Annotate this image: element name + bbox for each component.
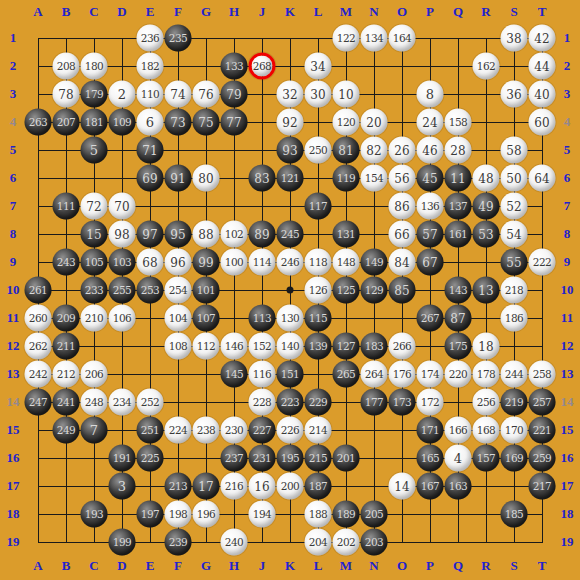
stone-S15[interactable]: 170	[501, 417, 528, 444]
stone-G18[interactable]: 196	[193, 501, 220, 528]
stone-D19[interactable]: 199	[109, 529, 136, 556]
stone-J14[interactable]: 228	[249, 389, 276, 416]
move-number: 214	[309, 425, 328, 436]
stone-L11[interactable]: 115	[305, 305, 332, 332]
col-label-top-T: T	[538, 4, 547, 20]
stone-R14[interactable]: 256	[473, 389, 500, 416]
stone-H8[interactable]: 102	[221, 221, 248, 248]
stone-T6[interactable]: 64	[529, 165, 556, 192]
stone-P13[interactable]: 174	[417, 361, 444, 388]
stone-O7[interactable]: 86	[389, 193, 416, 220]
stone-A13[interactable]: 242	[25, 361, 52, 388]
stone-G3[interactable]: 76	[193, 81, 220, 108]
stone-K5[interactable]: 93	[277, 137, 304, 164]
move-number: 73	[170, 116, 185, 128]
stone-G9[interactable]: 99	[193, 249, 220, 276]
move-number: 216	[225, 481, 244, 492]
stone-R7[interactable]: 49	[473, 193, 500, 220]
stone-D4[interactable]: 109	[109, 109, 136, 136]
stone-O1[interactable]: 164	[389, 25, 416, 52]
stone-Q10[interactable]: 143	[445, 277, 472, 304]
row-label-left-13: 13	[7, 366, 20, 382]
move-number: 157	[477, 453, 496, 464]
stone-F8[interactable]: 95	[165, 221, 192, 248]
stone-L2[interactable]: 34	[305, 53, 332, 80]
stone-G12[interactable]: 112	[193, 333, 220, 360]
move-number: 91	[170, 172, 185, 184]
stone-N10[interactable]: 129	[361, 277, 388, 304]
stone-T9[interactable]: 222	[529, 249, 556, 276]
stone-P17[interactable]: 167	[417, 473, 444, 500]
stone-E3[interactable]: 110	[137, 81, 164, 108]
stone-P15[interactable]: 171	[417, 417, 444, 444]
move-number: 139	[309, 341, 328, 352]
stone-O14[interactable]: 173	[389, 389, 416, 416]
stone-K15[interactable]: 226	[277, 417, 304, 444]
stone-N12[interactable]: 183	[361, 333, 388, 360]
stone-M1[interactable]: 122	[333, 25, 360, 52]
stone-A12[interactable]: 262	[25, 333, 52, 360]
stone-Q12[interactable]: 175	[445, 333, 472, 360]
stone-H4[interactable]: 77	[221, 109, 248, 136]
stone-R2[interactable]: 162	[473, 53, 500, 80]
stone-S7[interactable]: 52	[501, 193, 528, 220]
stone-F9[interactable]: 96	[165, 249, 192, 276]
move-number: 24	[422, 116, 437, 128]
stone-D17[interactable]: 3	[109, 473, 136, 500]
stone-E14[interactable]: 252	[137, 389, 164, 416]
move-number: 174	[421, 369, 440, 380]
stone-C9[interactable]: 105	[81, 249, 108, 276]
stone-L14[interactable]: 229	[305, 389, 332, 416]
move-number: 152	[253, 341, 272, 352]
stone-R16[interactable]: 157	[473, 445, 500, 472]
stone-J18[interactable]: 194	[249, 501, 276, 528]
row-label-left-3: 3	[10, 86, 17, 102]
stone-O5[interactable]: 26	[389, 137, 416, 164]
stone-E9[interactable]: 68	[137, 249, 164, 276]
stone-G11[interactable]: 107	[193, 305, 220, 332]
move-number: 180	[85, 61, 104, 72]
stone-C14[interactable]: 248	[81, 389, 108, 416]
stone-Q13[interactable]: 220	[445, 361, 472, 388]
col-label-bottom-E: E	[146, 558, 155, 574]
stone-E5[interactable]: 71	[137, 137, 164, 164]
stone-F18[interactable]: 198	[165, 501, 192, 528]
stone-M18[interactable]: 189	[333, 501, 360, 528]
stone-P9[interactable]: 67	[417, 249, 444, 276]
stone-T3[interactable]: 40	[529, 81, 556, 108]
stone-Q7[interactable]: 137	[445, 193, 472, 220]
stone-M5[interactable]: 81	[333, 137, 360, 164]
move-number: 229	[309, 397, 328, 408]
stone-K4[interactable]: 92	[277, 109, 304, 136]
move-number: 237	[225, 453, 244, 464]
stone-H13[interactable]: 145	[221, 361, 248, 388]
stone-K8[interactable]: 245	[277, 221, 304, 248]
stone-F6[interactable]: 91	[165, 165, 192, 192]
stone-E15[interactable]: 251	[137, 417, 164, 444]
stone-J2[interactable]: 268	[249, 53, 276, 80]
stone-N19[interactable]: 203	[361, 529, 388, 556]
move-number: 200	[281, 481, 300, 492]
stone-J11[interactable]: 113	[249, 305, 276, 332]
stone-T2[interactable]: 44	[529, 53, 556, 80]
stone-C18[interactable]: 193	[81, 501, 108, 528]
stone-B7[interactable]: 111	[53, 193, 80, 220]
stone-M4[interactable]: 120	[333, 109, 360, 136]
move-number: 171	[421, 425, 440, 436]
move-number: 231	[253, 453, 272, 464]
stone-M3[interactable]: 10	[333, 81, 360, 108]
stone-H2[interactable]: 133	[221, 53, 248, 80]
stone-E18[interactable]: 197	[137, 501, 164, 528]
stone-K12[interactable]: 140	[277, 333, 304, 360]
stone-K6[interactable]: 121	[277, 165, 304, 192]
stone-J17[interactable]: 16	[249, 473, 276, 500]
stone-B4[interactable]: 207	[53, 109, 80, 136]
move-number: 130	[281, 313, 300, 324]
stone-L7[interactable]: 117	[305, 193, 332, 220]
col-label-top-F: F	[174, 4, 182, 20]
stone-L12[interactable]: 139	[305, 333, 332, 360]
move-number: 97	[142, 228, 157, 240]
stone-B14[interactable]: 241	[53, 389, 80, 416]
stone-J12[interactable]: 152	[249, 333, 276, 360]
stone-M16[interactable]: 201	[333, 445, 360, 472]
stone-A10[interactable]: 261	[25, 277, 52, 304]
stone-A14[interactable]: 247	[25, 389, 52, 416]
move-number: 85	[394, 284, 409, 296]
stone-S8[interactable]: 54	[501, 221, 528, 248]
stone-G6[interactable]: 80	[193, 165, 220, 192]
move-number: 242	[29, 369, 48, 380]
stone-A4[interactable]: 263	[25, 109, 52, 136]
stone-T4[interactable]: 60	[529, 109, 556, 136]
stone-S3[interactable]: 36	[501, 81, 528, 108]
stone-J9[interactable]: 114	[249, 249, 276, 276]
stone-E2[interactable]: 182	[137, 53, 164, 80]
stone-P11[interactable]: 267	[417, 305, 444, 332]
stone-T14[interactable]: 257	[529, 389, 556, 416]
stone-O12[interactable]: 266	[389, 333, 416, 360]
stone-P8[interactable]: 57	[417, 221, 444, 248]
stone-S10[interactable]: 218	[501, 277, 528, 304]
stone-S14[interactable]: 219	[501, 389, 528, 416]
row-label-left-1: 1	[10, 30, 17, 46]
stone-B9[interactable]: 243	[53, 249, 80, 276]
move-number: 137	[449, 201, 468, 212]
stone-F17[interactable]: 213	[165, 473, 192, 500]
stone-N5[interactable]: 82	[361, 137, 388, 164]
stone-O6[interactable]: 56	[389, 165, 416, 192]
move-number: 126	[309, 285, 328, 296]
stone-M8[interactable]: 131	[333, 221, 360, 248]
stone-F12[interactable]: 108	[165, 333, 192, 360]
stone-K3[interactable]: 32	[277, 81, 304, 108]
move-number: 5	[90, 144, 98, 157]
stone-M12[interactable]: 127	[333, 333, 360, 360]
stone-S16[interactable]: 169	[501, 445, 528, 472]
stone-M9[interactable]: 148	[333, 249, 360, 276]
move-number: 10	[338, 88, 353, 100]
stone-J6[interactable]: 83	[249, 165, 276, 192]
move-number: 50	[506, 172, 521, 184]
move-number: 206	[85, 369, 104, 380]
stone-H12[interactable]: 146	[221, 333, 248, 360]
stone-Q16[interactable]: 4	[445, 445, 472, 472]
stone-R12[interactable]: 18	[473, 333, 500, 360]
move-number: 205	[365, 509, 384, 520]
stone-B13[interactable]: 212	[53, 361, 80, 388]
stone-M6[interactable]: 119	[333, 165, 360, 192]
stone-L17[interactable]: 187	[305, 473, 332, 500]
move-number: 249	[57, 425, 76, 436]
stone-L3[interactable]: 30	[305, 81, 332, 108]
move-number: 254	[169, 285, 188, 296]
stone-H3[interactable]: 79	[221, 81, 248, 108]
stone-S9[interactable]: 55	[501, 249, 528, 276]
stone-L10[interactable]: 126	[305, 277, 332, 304]
stone-C8[interactable]: 15	[81, 221, 108, 248]
move-number: 108	[169, 341, 188, 352]
move-number: 145	[225, 369, 244, 380]
stone-E10[interactable]: 253	[137, 277, 164, 304]
stone-D8[interactable]: 98	[109, 221, 136, 248]
stone-O9[interactable]: 84	[389, 249, 416, 276]
stone-O17[interactable]: 14	[389, 473, 416, 500]
move-number: 262	[29, 341, 48, 352]
stone-O8[interactable]: 66	[389, 221, 416, 248]
stone-P7[interactable]: 136	[417, 193, 444, 220]
move-number: 226	[281, 425, 300, 436]
stone-S5[interactable]: 58	[501, 137, 528, 164]
stone-N1[interactable]: 134	[361, 25, 388, 52]
row-label-left-14: 14	[7, 394, 20, 410]
stone-T16[interactable]: 259	[529, 445, 556, 472]
stone-E16[interactable]: 225	[137, 445, 164, 472]
goban[interactable]: AABBCCDDEEFFGGHHJJKKLLMMNNOOPPQQRRSSTT11…	[0, 0, 580, 580]
row-label-right-7: 7	[564, 198, 571, 214]
stone-G17[interactable]: 17	[193, 473, 220, 500]
stone-Q17[interactable]: 163	[445, 473, 472, 500]
move-number: 162	[477, 61, 496, 72]
col-label-bottom-O: O	[397, 558, 407, 574]
stone-K9[interactable]: 246	[277, 249, 304, 276]
move-number: 151	[281, 369, 300, 380]
stone-D14[interactable]: 234	[109, 389, 136, 416]
stone-C11[interactable]: 210	[81, 305, 108, 332]
stone-R6[interactable]: 48	[473, 165, 500, 192]
stone-N9[interactable]: 149	[361, 249, 388, 276]
move-number: 248	[85, 397, 104, 408]
move-number: 220	[449, 369, 468, 380]
stone-L18[interactable]: 188	[305, 501, 332, 528]
move-number: 163	[449, 481, 468, 492]
stone-C7[interactable]: 72	[81, 193, 108, 220]
stone-F4[interactable]: 73	[165, 109, 192, 136]
stone-M13[interactable]: 265	[333, 361, 360, 388]
move-number: 199	[113, 537, 132, 548]
stone-G10[interactable]: 101	[193, 277, 220, 304]
stone-T1[interactable]: 42	[529, 25, 556, 52]
stone-M10[interactable]: 125	[333, 277, 360, 304]
stone-H16[interactable]: 237	[221, 445, 248, 472]
stone-E1[interactable]: 236	[137, 25, 164, 52]
stone-B3[interactable]: 78	[53, 81, 80, 108]
stone-C2[interactable]: 180	[81, 53, 108, 80]
stone-D7[interactable]: 70	[109, 193, 136, 220]
stone-Q5[interactable]: 28	[445, 137, 472, 164]
stone-H17[interactable]: 216	[221, 473, 248, 500]
stone-Q15[interactable]: 166	[445, 417, 472, 444]
move-number: 40	[534, 88, 549, 100]
stone-P5[interactable]: 46	[417, 137, 444, 164]
stone-B12[interactable]: 211	[53, 333, 80, 360]
stone-C15[interactable]: 7	[81, 417, 108, 444]
move-number: 239	[169, 537, 188, 548]
stone-C5[interactable]: 5	[81, 137, 108, 164]
stone-K13[interactable]: 151	[277, 361, 304, 388]
stone-D9[interactable]: 103	[109, 249, 136, 276]
move-number: 6	[146, 116, 154, 129]
stone-R10[interactable]: 13	[473, 277, 500, 304]
stone-R8[interactable]: 53	[473, 221, 500, 248]
stone-C3[interactable]: 179	[81, 81, 108, 108]
stone-S6[interactable]: 50	[501, 165, 528, 192]
stone-T17[interactable]: 217	[529, 473, 556, 500]
stone-P4[interactable]: 24	[417, 109, 444, 136]
stone-N4[interactable]: 20	[361, 109, 388, 136]
stone-K16[interactable]: 195	[277, 445, 304, 472]
move-number: 64	[534, 172, 549, 184]
col-label-bottom-T: T	[538, 558, 547, 574]
move-number: 263	[29, 117, 48, 128]
stone-H9[interactable]: 100	[221, 249, 248, 276]
move-number: 169	[505, 453, 524, 464]
stone-S11[interactable]: 186	[501, 305, 528, 332]
stone-B2[interactable]: 208	[53, 53, 80, 80]
stone-F11[interactable]: 104	[165, 305, 192, 332]
stone-D10[interactable]: 255	[109, 277, 136, 304]
stone-O10[interactable]: 85	[389, 277, 416, 304]
stone-K11[interactable]: 130	[277, 305, 304, 332]
move-number: 165	[421, 453, 440, 464]
stone-T15[interactable]: 221	[529, 417, 556, 444]
stone-G15[interactable]: 238	[193, 417, 220, 444]
stone-E4[interactable]: 6	[137, 109, 164, 136]
stone-R13[interactable]: 178	[473, 361, 500, 388]
stone-F15[interactable]: 224	[165, 417, 192, 444]
stone-S13[interactable]: 244	[501, 361, 528, 388]
stone-J13[interactable]: 116	[249, 361, 276, 388]
stone-H15[interactable]: 230	[221, 417, 248, 444]
stone-K17[interactable]: 200	[277, 473, 304, 500]
stone-N6[interactable]: 154	[361, 165, 388, 192]
stone-F3[interactable]: 74	[165, 81, 192, 108]
stone-Q8[interactable]: 161	[445, 221, 472, 248]
move-number: 258	[533, 369, 552, 380]
stone-O13[interactable]: 176	[389, 361, 416, 388]
move-number: 112	[197, 341, 216, 352]
stone-L16[interactable]: 215	[305, 445, 332, 472]
move-number: 101	[197, 285, 216, 296]
move-number: 67	[422, 256, 437, 268]
stone-N13[interactable]: 264	[361, 361, 388, 388]
move-number: 136	[421, 201, 440, 212]
stone-D3[interactable]: 2	[109, 81, 136, 108]
stone-F19[interactable]: 239	[165, 529, 192, 556]
stone-J16[interactable]: 231	[249, 445, 276, 472]
stone-F10[interactable]: 254	[165, 277, 192, 304]
stone-B15[interactable]: 249	[53, 417, 80, 444]
stone-L19[interactable]: 204	[305, 529, 332, 556]
stone-D11[interactable]: 106	[109, 305, 136, 332]
stone-L15[interactable]: 214	[305, 417, 332, 444]
move-number: 18	[478, 340, 493, 352]
row-label-left-9: 9	[10, 254, 17, 270]
stone-P6[interactable]: 45	[417, 165, 444, 192]
stone-C4[interactable]: 181	[81, 109, 108, 136]
stone-H19[interactable]: 240	[221, 529, 248, 556]
move-number: 75	[198, 116, 213, 128]
stone-T13[interactable]: 258	[529, 361, 556, 388]
stone-F1[interactable]: 235	[165, 25, 192, 52]
stone-S1[interactable]: 38	[501, 25, 528, 52]
stone-M19[interactable]: 202	[333, 529, 360, 556]
stone-L5[interactable]: 250	[305, 137, 332, 164]
stone-P16[interactable]: 165	[417, 445, 444, 472]
stone-G4[interactable]: 75	[193, 109, 220, 136]
col-label-top-G: G	[201, 4, 211, 20]
move-number: 208	[57, 61, 76, 72]
stone-Q11[interactable]: 87	[445, 305, 472, 332]
move-number: 13	[478, 284, 493, 296]
stone-Q4[interactable]: 158	[445, 109, 472, 136]
stone-P14[interactable]: 172	[417, 389, 444, 416]
stone-S18[interactable]: 185	[501, 501, 528, 528]
stone-B11[interactable]: 209	[53, 305, 80, 332]
stone-C13[interactable]: 206	[81, 361, 108, 388]
move-number: 82	[366, 144, 381, 156]
move-number: 261	[29, 285, 48, 296]
stone-P3[interactable]: 8	[417, 81, 444, 108]
stone-J8[interactable]: 89	[249, 221, 276, 248]
move-number: 120	[337, 117, 356, 128]
stone-D16[interactable]: 191	[109, 445, 136, 472]
row-label-left-7: 7	[10, 198, 17, 214]
stone-C10[interactable]: 233	[81, 277, 108, 304]
stone-K14[interactable]: 223	[277, 389, 304, 416]
stone-N14[interactable]: 177	[361, 389, 388, 416]
stone-E6[interactable]: 69	[137, 165, 164, 192]
move-number: 88	[198, 228, 213, 240]
stone-A11[interactable]: 260	[25, 305, 52, 332]
move-number: 60	[534, 116, 549, 128]
stone-G8[interactable]: 88	[193, 221, 220, 248]
stone-N18[interactable]: 205	[361, 501, 388, 528]
stone-E8[interactable]: 97	[137, 221, 164, 248]
stone-R15[interactable]: 168	[473, 417, 500, 444]
move-number: 52	[506, 200, 521, 212]
move-number: 143	[449, 285, 468, 296]
move-number: 95	[170, 228, 185, 240]
move-number: 129	[365, 285, 384, 296]
stone-J15[interactable]: 227	[249, 417, 276, 444]
stone-L9[interactable]: 118	[305, 249, 332, 276]
grid-line	[38, 514, 543, 515]
stone-Q6[interactable]: 11	[445, 165, 472, 192]
